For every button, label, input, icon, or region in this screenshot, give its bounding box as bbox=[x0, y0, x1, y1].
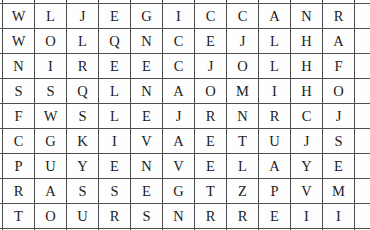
grid-cell-r5c5[interactable]: E bbox=[131, 104, 163, 129]
grid-cell-r2c10[interactable]: H bbox=[291, 29, 323, 54]
grid-cell-r2c8[interactable]: J bbox=[227, 29, 259, 54]
grid-cell-r1c11[interactable]: R bbox=[323, 4, 355, 29]
grid-cell-r7c2[interactable]: U bbox=[35, 154, 67, 179]
grid-cell-r8c5[interactable]: E bbox=[131, 179, 163, 204]
grid-cell-r9c9[interactable]: E bbox=[259, 204, 291, 229]
grid-cell-r8c11[interactable]: M bbox=[323, 179, 355, 204]
grid-cell-r5c6[interactable]: J bbox=[163, 104, 195, 129]
letter-grid: WLJEGICCANRWOLQNCEJLHANIREECJOLHFSSQLNAO… bbox=[0, 0, 370, 230]
grid-cell-r8c10[interactable]: V bbox=[291, 179, 323, 204]
grid-cell-r7c4[interactable]: E bbox=[99, 154, 131, 179]
grid-cell-r2c1[interactable]: W bbox=[3, 29, 35, 54]
grid-cell-r9c4[interactable]: R bbox=[99, 204, 131, 229]
grid-cell-r7c3[interactable]: Y bbox=[67, 154, 99, 179]
grid-cell-cutoff bbox=[355, 229, 370, 230]
grid-cell-r2c4[interactable]: Q bbox=[99, 29, 131, 54]
grid-cell-r9c3[interactable]: U bbox=[67, 204, 99, 229]
grid-cell-r2c5[interactable]: N bbox=[131, 29, 163, 54]
grid-cell-r4c4[interactable]: L bbox=[99, 79, 131, 104]
grid-cell-r4c3[interactable]: Q bbox=[67, 79, 99, 104]
grid-cell-r9c11[interactable]: I bbox=[323, 204, 355, 229]
grid-cell-r8c2[interactable]: A bbox=[35, 179, 67, 204]
grid-cell-r9c10[interactable]: I bbox=[291, 204, 323, 229]
grid-cell-r4c5[interactable]: N bbox=[131, 79, 163, 104]
grid-cell-cutoff bbox=[355, 29, 370, 54]
grid-cell-r5c11[interactable]: J bbox=[323, 104, 355, 129]
grid-cell-r1c3[interactable]: J bbox=[67, 4, 99, 29]
grid-cell-r3c2[interactable]: I bbox=[35, 54, 67, 79]
grid-cell-r6c1[interactable]: C bbox=[3, 129, 35, 154]
grid-cell-r1c10[interactable]: N bbox=[291, 4, 323, 29]
grid-cell-cutoff bbox=[355, 129, 370, 154]
grid-cell-r9c1[interactable]: T bbox=[3, 204, 35, 229]
grid-cell-cutoff bbox=[99, 229, 131, 230]
grid-cell-cutoff bbox=[355, 204, 370, 229]
grid-cell-r9c5[interactable]: S bbox=[131, 204, 163, 229]
grid-cell-cutoff bbox=[3, 229, 35, 230]
grid-cell-r5c8[interactable]: N bbox=[227, 104, 259, 129]
grid-cell-r6c5[interactable]: V bbox=[131, 129, 163, 154]
grid-cell-r1c9[interactable]: A bbox=[259, 4, 291, 29]
word-search-board: WLJEGICCANRWOLQNCEJLHANIREECJOLHFSSQLNAO… bbox=[0, 0, 370, 230]
grid-cell-cutoff bbox=[355, 104, 370, 129]
grid-cell-r9c8[interactable]: R bbox=[227, 204, 259, 229]
grid-cell-cutoff bbox=[163, 229, 195, 230]
grid-cell-r6c7[interactable]: E bbox=[195, 129, 227, 154]
grid-cell-r3c9[interactable]: L bbox=[259, 54, 291, 79]
grid-cell-r6c3[interactable]: K bbox=[67, 129, 99, 154]
grid-cell-cutoff bbox=[355, 79, 370, 104]
grid-cell-r5c2[interactable]: W bbox=[35, 104, 67, 129]
grid-cell-r8c9[interactable]: P bbox=[259, 179, 291, 204]
grid-cell-r3c8[interactable]: O bbox=[227, 54, 259, 79]
grid-cell-r8c7[interactable]: T bbox=[195, 179, 227, 204]
grid-cell-r2c3[interactable]: L bbox=[67, 29, 99, 54]
grid-cell-r1c7[interactable]: C bbox=[195, 4, 227, 29]
grid-cell-cutoff bbox=[131, 229, 163, 230]
grid-cell-r4c2[interactable]: S bbox=[35, 79, 67, 104]
grid-cell-r4c1[interactable]: S bbox=[3, 79, 35, 104]
grid-cell-r4c8[interactable]: M bbox=[227, 79, 259, 104]
grid-cell-r7c5[interactable]: N bbox=[131, 154, 163, 179]
grid-cell-r7c7[interactable]: E bbox=[195, 154, 227, 179]
grid-cell-r5c4[interactable]: L bbox=[99, 104, 131, 129]
grid-cell-cutoff bbox=[291, 229, 323, 230]
grid-cell-r5c9[interactable]: R bbox=[259, 104, 291, 129]
grid-cell-cutoff bbox=[355, 154, 370, 179]
grid-cell-r2c7[interactable]: E bbox=[195, 29, 227, 54]
grid-cell-r5c1[interactable]: F bbox=[3, 104, 35, 129]
grid-cell-r9c7[interactable]: R bbox=[195, 204, 227, 229]
grid-cell-r6c6[interactable]: A bbox=[163, 129, 195, 154]
grid-cell-cutoff bbox=[323, 229, 355, 230]
grid-cell-r2c9[interactable]: L bbox=[259, 29, 291, 54]
grid-cell-r3c5[interactable]: E bbox=[131, 54, 163, 79]
grid-cell-r1c1[interactable]: W bbox=[3, 4, 35, 29]
grid-cell-r3c7[interactable]: J bbox=[195, 54, 227, 79]
grid-cell-r7c6[interactable]: V bbox=[163, 154, 195, 179]
grid-cell-r8c1[interactable]: R bbox=[3, 179, 35, 204]
grid-cell-r4c7[interactable]: O bbox=[195, 79, 227, 104]
grid-cell-cutoff bbox=[355, 179, 370, 204]
grid-cell-r2c2[interactable]: O bbox=[35, 29, 67, 54]
grid-cell-r8c6[interactable]: G bbox=[163, 179, 195, 204]
grid-cell-cutoff bbox=[259, 229, 291, 230]
grid-cell-r5c7[interactable]: R bbox=[195, 104, 227, 129]
grid-cell-r1c8[interactable]: C bbox=[227, 4, 259, 29]
grid-cell-r3c3[interactable]: R bbox=[67, 54, 99, 79]
grid-cell-r3c10[interactable]: H bbox=[291, 54, 323, 79]
grid-cell-r6c11[interactable]: S bbox=[323, 129, 355, 154]
grid-cell-cutoff bbox=[227, 229, 259, 230]
grid-cell-r4c11[interactable]: O bbox=[323, 79, 355, 104]
grid-cell-r1c5[interactable]: G bbox=[131, 4, 163, 29]
grid-cell-r1c2[interactable]: L bbox=[35, 4, 67, 29]
grid-cell-r8c8[interactable]: Z bbox=[227, 179, 259, 204]
grid-cell-r6c9[interactable]: U bbox=[259, 129, 291, 154]
grid-cell-r3c4[interactable]: E bbox=[99, 54, 131, 79]
grid-cell-r6c8[interactable]: T bbox=[227, 129, 259, 154]
grid-cell-r1c4[interactable]: E bbox=[99, 4, 131, 29]
grid-cell-r7c10[interactable]: Y bbox=[291, 154, 323, 179]
grid-cell-r4c10[interactable]: H bbox=[291, 79, 323, 104]
grid-cell-r5c10[interactable]: C bbox=[291, 104, 323, 129]
grid-cell-r4c9[interactable]: I bbox=[259, 79, 291, 104]
grid-cell-r9c2[interactable]: O bbox=[35, 204, 67, 229]
grid-cell-r2c11[interactable]: A bbox=[323, 29, 355, 54]
grid-cell-r7c8[interactable]: L bbox=[227, 154, 259, 179]
grid-cell-r3c6[interactable]: C bbox=[163, 54, 195, 79]
grid-cell-cutoff bbox=[195, 229, 227, 230]
grid-cell-r5c3[interactable]: S bbox=[67, 104, 99, 129]
grid-cell-r7c11[interactable]: E bbox=[323, 154, 355, 179]
grid-cell-r3c1[interactable]: N bbox=[3, 54, 35, 79]
grid-cell-r9c6[interactable]: N bbox=[163, 204, 195, 229]
grid-cell-r7c9[interactable]: A bbox=[259, 154, 291, 179]
grid-cell-r2c6[interactable]: C bbox=[163, 29, 195, 54]
grid-cell-r8c3[interactable]: S bbox=[67, 179, 99, 204]
grid-cell-r8c4[interactable]: S bbox=[99, 179, 131, 204]
grid-cell-r6c10[interactable]: J bbox=[291, 129, 323, 154]
grid-cell-r3c11[interactable]: F bbox=[323, 54, 355, 79]
grid-cell-cutoff bbox=[67, 229, 99, 230]
grid-cell-r4c6[interactable]: A bbox=[163, 79, 195, 104]
grid-cell-r1c6[interactable]: I bbox=[163, 4, 195, 29]
grid-cell-cutoff bbox=[35, 229, 67, 230]
grid-cell-cutoff bbox=[355, 54, 370, 79]
grid-cell-r7c1[interactable]: P bbox=[3, 154, 35, 179]
grid-cell-r6c2[interactable]: G bbox=[35, 129, 67, 154]
grid-cell-r6c4[interactable]: I bbox=[99, 129, 131, 154]
grid-cell-cutoff bbox=[355, 4, 370, 29]
